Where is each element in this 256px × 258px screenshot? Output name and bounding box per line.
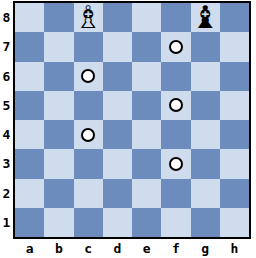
file-label-b: b: [44, 239, 73, 257]
square-e4[interactable]: [132, 120, 161, 149]
square-b1[interactable]: [44, 208, 73, 237]
square-a2[interactable]: [15, 179, 44, 208]
square-d1[interactable]: [103, 208, 132, 237]
square-h7[interactable]: [220, 32, 249, 61]
rank-label-7: 7: [0, 32, 13, 61]
square-d7[interactable]: [103, 32, 132, 61]
file-label-c: c: [74, 239, 103, 257]
square-a5[interactable]: [15, 91, 44, 120]
square-e8[interactable]: [132, 3, 161, 32]
square-d8[interactable]: [103, 3, 132, 32]
square-e1[interactable]: [132, 208, 161, 237]
circle-marker-f3[interactable]: [169, 157, 183, 171]
square-f6[interactable]: [161, 62, 190, 91]
square-c5[interactable]: [74, 91, 103, 120]
square-d5[interactable]: [103, 91, 132, 120]
file-labels: abcdefgh: [15, 239, 249, 257]
circle-marker-f5[interactable]: [169, 98, 183, 112]
square-a7[interactable]: [15, 32, 44, 61]
rank-label-5: 5: [0, 91, 13, 120]
square-f7[interactable]: [161, 32, 190, 61]
square-c1[interactable]: [74, 208, 103, 237]
file-label-h: h: [220, 239, 249, 257]
square-g2[interactable]: [191, 179, 220, 208]
rank-label-1: 1: [0, 208, 13, 237]
file-label-f: f: [161, 239, 190, 257]
file-label-e: e: [132, 239, 161, 257]
rank-label-2: 2: [0, 179, 13, 208]
square-h1[interactable]: [220, 208, 249, 237]
square-f3[interactable]: [161, 149, 190, 178]
square-b5[interactable]: [44, 91, 73, 120]
circle-marker-c4[interactable]: [81, 128, 95, 142]
square-e2[interactable]: [132, 179, 161, 208]
square-e5[interactable]: [132, 91, 161, 120]
square-c7[interactable]: [74, 32, 103, 61]
square-g1[interactable]: [191, 208, 220, 237]
square-a3[interactable]: [15, 149, 44, 178]
square-e7[interactable]: [132, 32, 161, 61]
square-h5[interactable]: [220, 91, 249, 120]
white-bishop[interactable]: ♗: [74, 3, 102, 32]
file-label-d: d: [103, 239, 132, 257]
circle-marker-f7[interactable]: [169, 40, 183, 54]
rank-label-4: 4: [0, 120, 13, 149]
square-f4[interactable]: [161, 120, 190, 149]
square-b8[interactable]: [44, 3, 73, 32]
square-c6[interactable]: [74, 62, 103, 91]
square-a1[interactable]: [15, 208, 44, 237]
square-b2[interactable]: [44, 179, 73, 208]
square-g8[interactable]: ♝: [191, 3, 220, 32]
square-f5[interactable]: [161, 91, 190, 120]
chess-board[interactable]: ♗♝: [13, 1, 251, 239]
square-f2[interactable]: [161, 179, 190, 208]
rank-label-3: 3: [0, 149, 13, 178]
square-b3[interactable]: [44, 149, 73, 178]
square-d6[interactable]: [103, 62, 132, 91]
rank-label-6: 6: [0, 62, 13, 91]
square-h6[interactable]: [220, 62, 249, 91]
square-c2[interactable]: [74, 179, 103, 208]
black-bishop[interactable]: ♝: [191, 3, 219, 32]
circle-marker-c6[interactable]: [81, 69, 95, 83]
square-d4[interactable]: [103, 120, 132, 149]
square-g7[interactable]: [191, 32, 220, 61]
file-label-g: g: [191, 239, 220, 257]
square-b6[interactable]: [44, 62, 73, 91]
square-d3[interactable]: [103, 149, 132, 178]
rank-labels: 87654321: [0, 3, 13, 237]
square-h2[interactable]: [220, 179, 249, 208]
square-b7[interactable]: [44, 32, 73, 61]
square-e6[interactable]: [132, 62, 161, 91]
chess-board-diagram: 87654321 ♗♝ abcdefgh: [0, 0, 256, 258]
square-a6[interactable]: [15, 62, 44, 91]
square-c8[interactable]: ♗: [74, 3, 103, 32]
rank-label-8: 8: [0, 3, 13, 32]
square-e3[interactable]: [132, 149, 161, 178]
square-a4[interactable]: [15, 120, 44, 149]
square-h3[interactable]: [220, 149, 249, 178]
square-d2[interactable]: [103, 179, 132, 208]
square-h8[interactable]: [220, 3, 249, 32]
square-f8[interactable]: [161, 3, 190, 32]
square-f1[interactable]: [161, 208, 190, 237]
square-g3[interactable]: [191, 149, 220, 178]
square-b4[interactable]: [44, 120, 73, 149]
square-h4[interactable]: [220, 120, 249, 149]
square-c3[interactable]: [74, 149, 103, 178]
square-g6[interactable]: [191, 62, 220, 91]
file-label-a: a: [15, 239, 44, 257]
square-g4[interactable]: [191, 120, 220, 149]
square-c4[interactable]: [74, 120, 103, 149]
square-g5[interactable]: [191, 91, 220, 120]
square-a8[interactable]: [15, 3, 44, 32]
